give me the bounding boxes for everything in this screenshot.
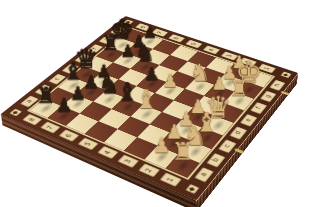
plaque-file-e: e [239, 114, 257, 127]
plaque-corner: ◆ [8, 109, 21, 117]
plaque-file-c: c [218, 139, 237, 153]
plaque-file-b: b [206, 153, 225, 168]
plaque-file-a: a [194, 167, 214, 183]
plaque-file-d: d [229, 126, 247, 140]
chess-board-frame: ♚♟♜♟♟♛♞♝♟♟♟♟♜♟♞♟♞♟♟♝♟♚♝♜♟♟♛♟♝♟♞♜ aa88bb7… [0, 16, 298, 201]
plaque-corner: ◆ [122, 19, 133, 25]
board-scene: ♚♟♜♟♟♛♞♝♟♟♟♟♜♟♞♟♞♟♟♝♟♚♝♜♟♟♛♟♝♟♞♜ aa88bb7… [0, 0, 310, 207]
chess-set-photo: ♚♟♜♟♟♛♞♝♟♟♟♟♜♟♞♟♞♟♟♝♟♚♝♜♟♟♛♟♝♟♞♜ aa88bb7… [0, 0, 310, 207]
plaque-file-h: h [269, 79, 286, 90]
plaque-corner: ◆ [184, 184, 198, 194]
plaque-corner: ◆ [280, 71, 292, 78]
plaque-file-f: f [250, 102, 267, 114]
plaque-file-c: c [48, 73, 66, 84]
plaque-file-g: g [259, 90, 276, 102]
